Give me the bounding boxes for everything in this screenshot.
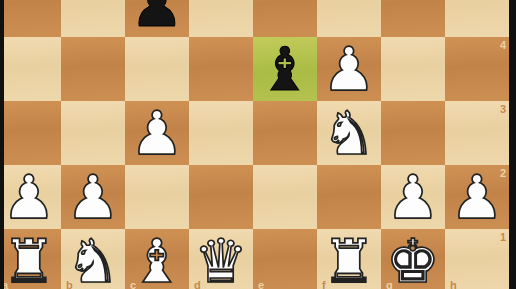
piece-black-pawn-c5[interactable]: ♟ bbox=[125, 0, 189, 37]
piece-white-queen-d1[interactable]: ♛ bbox=[189, 229, 253, 289]
square-f2[interactable] bbox=[317, 165, 381, 229]
square-a5[interactable] bbox=[0, 0, 61, 37]
square-e1[interactable]: e bbox=[253, 229, 317, 289]
square-f3[interactable]: ♞ bbox=[317, 101, 381, 165]
square-d4[interactable] bbox=[189, 37, 253, 101]
piece-white-king-g1[interactable]: ♚ bbox=[381, 229, 445, 289]
square-c1[interactable]: c♝ bbox=[125, 229, 189, 289]
square-e4[interactable]: ♝ bbox=[253, 37, 317, 101]
square-h5[interactable]: 5 bbox=[445, 0, 509, 37]
square-g2[interactable]: ♟ bbox=[381, 165, 445, 229]
piece-white-pawn-b2[interactable]: ♟ bbox=[61, 165, 125, 229]
piece-white-rook-a1[interactable]: ♜ bbox=[0, 229, 61, 289]
chess-board: ♟5♝♟4♟♞3♟♟♟2♟a♜b♞c♝d♛ef♜g♚1h bbox=[0, 0, 509, 289]
square-g5[interactable] bbox=[381, 0, 445, 37]
square-c2[interactable] bbox=[125, 165, 189, 229]
square-f4[interactable]: ♟ bbox=[317, 37, 381, 101]
piece-white-knight-f3[interactable]: ♞ bbox=[317, 101, 381, 165]
square-h2[interactable]: 2♟ bbox=[445, 165, 509, 229]
square-e5[interactable] bbox=[253, 0, 317, 37]
letterbox-left bbox=[0, 0, 4, 289]
piece-black-bishop-e4[interactable]: ♝ bbox=[253, 37, 317, 101]
square-b2[interactable]: ♟ bbox=[61, 165, 125, 229]
square-d1[interactable]: d♛ bbox=[189, 229, 253, 289]
square-c4[interactable] bbox=[125, 37, 189, 101]
rank-label-1: 1 bbox=[500, 232, 506, 243]
square-g3[interactable] bbox=[381, 101, 445, 165]
file-label-e: e bbox=[258, 280, 264, 289]
square-b3[interactable] bbox=[61, 101, 125, 165]
chess-board-frame: ♟5♝♟4♟♞3♟♟♟2♟a♜b♞c♝d♛ef♜g♚1h bbox=[0, 0, 516, 289]
square-f1[interactable]: f♜ bbox=[317, 229, 381, 289]
square-e3[interactable] bbox=[253, 101, 317, 165]
piece-white-pawn-g2[interactable]: ♟ bbox=[381, 165, 445, 229]
square-a4[interactable] bbox=[0, 37, 61, 101]
piece-white-pawn-f4[interactable]: ♟ bbox=[317, 37, 381, 101]
square-a2[interactable]: ♟ bbox=[0, 165, 61, 229]
piece-white-knight-b1[interactable]: ♞ bbox=[61, 229, 125, 289]
square-g4[interactable] bbox=[381, 37, 445, 101]
square-b4[interactable] bbox=[61, 37, 125, 101]
piece-white-pawn-a2[interactable]: ♟ bbox=[0, 165, 61, 229]
square-h1[interactable]: 1h bbox=[445, 229, 509, 289]
rank-label-4: 4 bbox=[500, 40, 506, 51]
square-h4[interactable]: 4 bbox=[445, 37, 509, 101]
rank-label-3: 3 bbox=[500, 104, 506, 115]
square-h3[interactable]: 3 bbox=[445, 101, 509, 165]
file-label-h: h bbox=[450, 280, 457, 289]
piece-white-rook-f1[interactable]: ♜ bbox=[317, 229, 381, 289]
square-b5[interactable] bbox=[61, 0, 125, 37]
square-c3[interactable]: ♟ bbox=[125, 101, 189, 165]
piece-white-pawn-h2[interactable]: ♟ bbox=[445, 165, 509, 229]
square-a3[interactable] bbox=[0, 101, 61, 165]
square-e2[interactable] bbox=[253, 165, 317, 229]
square-b1[interactable]: b♞ bbox=[61, 229, 125, 289]
square-f5[interactable] bbox=[317, 0, 381, 37]
piece-white-bishop-c1[interactable]: ♝ bbox=[125, 229, 189, 289]
square-a1[interactable]: a♜ bbox=[0, 229, 61, 289]
square-c5[interactable]: ♟ bbox=[125, 0, 189, 37]
square-d5[interactable] bbox=[189, 0, 253, 37]
letterbox-right bbox=[509, 0, 516, 289]
square-d3[interactable] bbox=[189, 101, 253, 165]
square-g1[interactable]: g♚ bbox=[381, 229, 445, 289]
square-d2[interactable] bbox=[189, 165, 253, 229]
piece-white-pawn-c3[interactable]: ♟ bbox=[125, 101, 189, 165]
